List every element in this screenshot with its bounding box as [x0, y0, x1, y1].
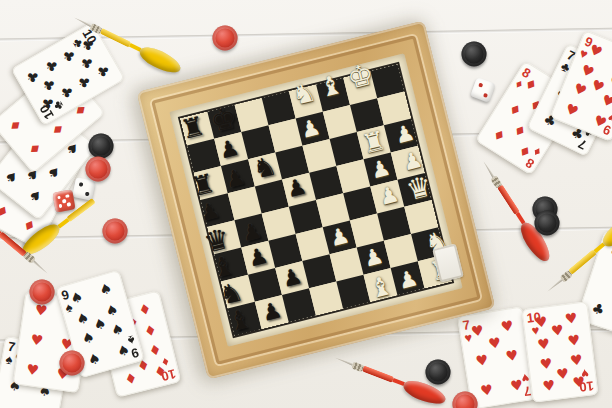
spades-pip-icon: ♠ [2, 168, 21, 187]
clubs-pip-icon: ♣ [75, 73, 93, 91]
dart-needle-icon [73, 16, 91, 27]
diamonds-pip-icon: ♦ [6, 116, 25, 135]
clubs-pip-icon: ♣ [590, 300, 606, 317]
black-checker[interactable] [89, 134, 114, 159]
hearts-pip-icon: ♥ [572, 374, 586, 389]
spades-pip-icon: ♠ [45, 163, 64, 182]
diamonds-pip-icon: ♦ [511, 121, 529, 140]
red-checker[interactable] [60, 351, 85, 376]
spades-pip-icon: ♠ [104, 301, 120, 318]
die-pip [79, 182, 83, 186]
red-checker[interactable] [30, 280, 55, 305]
hearts-pip-icon: ♥ [572, 81, 589, 99]
hearts-pip-icon: ♥ [30, 332, 44, 348]
hearts-pip-icon: ♥ [537, 336, 551, 351]
hearts-pip-icon: ♥ [542, 378, 556, 393]
black-checker[interactable] [535, 211, 560, 236]
red-checker[interactable] [213, 26, 238, 51]
diamonds-pip-icon: ♦ [490, 126, 508, 145]
hearts-pip-icon: ♥ [26, 362, 40, 378]
diamonds-pip-icon: ♦ [48, 120, 67, 139]
hearts-pip-icon: ♥ [500, 318, 515, 334]
red-checker[interactable] [103, 219, 128, 244]
diamonds-pip-icon: ♦ [506, 101, 524, 120]
hearts-pip-icon: ♥ [567, 332, 581, 347]
card-10-of-hearts[interactable]: 10 ♥10 ♥♥♥♥♥♥♥♥♥♥♥ [522, 301, 599, 402]
dart-shaft [497, 185, 519, 215]
white-bishop-f8[interactable]: ♝ [316, 71, 345, 102]
hearts-pip-icon: ♥ [487, 335, 502, 351]
spades-pip-icon: ♠ [69, 289, 85, 306]
white-pawn-h6[interactable]: ♟ [393, 122, 417, 148]
hearts-pip-icon: ♥ [556, 366, 570, 381]
white-queen-h4[interactable]: ♛ [404, 172, 435, 205]
hearts-pip-icon: ♥ [534, 314, 548, 329]
dart-flight [137, 42, 184, 77]
die-pip [62, 199, 66, 203]
dart-needle-icon [482, 160, 495, 178]
spades-pip-icon: ♠ [98, 281, 114, 298]
dart-shaft [362, 366, 394, 383]
black-checker[interactable] [462, 42, 487, 67]
hearts-pip-icon: ♥ [509, 377, 524, 393]
spades-pip-icon: ♠ [86, 350, 102, 367]
diamonds-pip-icon: ♦ [25, 140, 44, 159]
hearts-pip-icon: ♥ [564, 311, 578, 326]
white-knight-e8[interactable]: ♞ [289, 78, 318, 109]
hearts-pip-icon: ♥ [600, 92, 612, 110]
die-pip [483, 93, 488, 98]
hearts-pip-icon: ♥ [479, 382, 494, 398]
hearts-pip-icon: ♥ [564, 101, 581, 119]
hearts-pip-icon: ♥ [470, 323, 485, 339]
dart-needle-icon [546, 278, 562, 293]
die-pip [65, 194, 69, 198]
chess-board-grid: ♜♚♟♜♟♞♟♟♛♟♝♟♞♟♝♟♞♝♚♟♜♟♟♟♟♛♟♟♞♝♟♜ [180, 64, 452, 336]
hearts-pip-icon: ♥ [539, 356, 553, 371]
diamonds-pip-icon: ♦ [123, 370, 139, 387]
spades-pip-icon: ♠ [26, 187, 45, 206]
hearts-pip-icon: ♥ [34, 302, 48, 318]
hearts-pip-icon: ♥ [569, 353, 583, 368]
clubs-pip-icon: ♣ [57, 83, 75, 101]
white-king-g8[interactable]: ♚ [344, 59, 376, 93]
die-pip [478, 83, 483, 88]
clubs-pip-icon: ♣ [42, 57, 60, 75]
spades-pip-icon: ♠ [80, 330, 96, 347]
diamonds-pip-icon: ♦ [142, 322, 158, 339]
dart-needle-icon [335, 356, 354, 366]
clubs-pip-icon: ♣ [94, 62, 112, 80]
dart-needle-icon [32, 260, 48, 275]
diamonds-pip-icon: ♦ [147, 342, 163, 359]
hearts-pip-icon: ♥ [475, 352, 490, 368]
diamonds-pip-icon: ♦ [137, 301, 153, 318]
diamonds-pip-icon: ♦ [0, 202, 11, 220]
die-face-2[interactable] [470, 77, 496, 103]
die-pip [58, 204, 62, 208]
hearts-pip-icon: ♥ [550, 323, 564, 338]
die-pip [57, 195, 61, 199]
spades-pip-icon: ♠ [109, 321, 125, 338]
hearts-pip-icon: ♥ [505, 348, 520, 364]
black-checker[interactable] [426, 360, 451, 385]
spades-pip-icon: ♠ [75, 310, 91, 327]
tabletop-scene: ♦♦♦♦♠♠♠♠♠♠♠♠♦♦♦♦♦♦10 ♣10 ♣♣♣♣♣♣♣♣♣♣♣7 ♠7… [0, 0, 612, 408]
spades-pip-icon: ♠ [92, 316, 108, 333]
red-checker[interactable] [86, 157, 111, 182]
hearts-pip-icon: ♥ [607, 73, 612, 91]
